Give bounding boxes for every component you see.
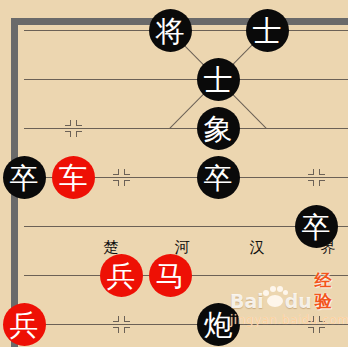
- piece-black-soldier[interactable]: 卒: [3, 156, 46, 199]
- position-marker: [113, 316, 130, 333]
- grid-line: [316, 30, 348, 31]
- baidu-paw-icon: [263, 286, 286, 308]
- piece-red-horse[interactable]: 马: [149, 254, 192, 297]
- position-marker: [308, 169, 325, 186]
- baidu-logo-text: du: [285, 290, 312, 312]
- piece-black-soldier[interactable]: 卒: [197, 156, 240, 199]
- jingyan-url-text: jingyan.baidu.com: [230, 313, 346, 327]
- baidu-logo-text: Bai: [230, 290, 264, 312]
- piece-black-advisor[interactable]: 士: [197, 58, 240, 101]
- position-marker: [113, 169, 130, 186]
- xiangqi-board[interactable]: 楚河汉界 将士士象卒车卒卒兵马兵炮 Bai du 经验 jingyan.baid…: [0, 0, 348, 347]
- piece-black-soldier[interactable]: 卒: [295, 205, 338, 248]
- baidu-jingyan-logo: Bai du 经验: [230, 288, 346, 312]
- piece-black-advisor[interactable]: 士: [246, 9, 289, 52]
- river-label: 汉: [248, 238, 266, 257]
- baidu-jingyan-watermark: Bai du 经验 jingyan.baidu.com: [230, 288, 346, 327]
- position-marker: [65, 120, 82, 137]
- piece-black-general[interactable]: 将: [149, 9, 192, 52]
- piece-red-soldier[interactable]: 兵: [3, 303, 46, 346]
- piece-red-chariot[interactable]: 车: [52, 156, 95, 199]
- jingyan-cn-label: 经验: [315, 270, 346, 312]
- piece-red-soldier[interactable]: 兵: [100, 254, 143, 297]
- grid-line: [24, 79, 348, 80]
- piece-black-elephant[interactable]: 象: [197, 107, 240, 150]
